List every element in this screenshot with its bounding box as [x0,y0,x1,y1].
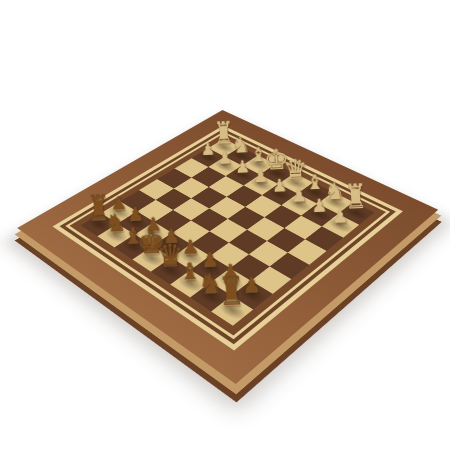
piece-black-rook-a8[interactable]: ♜ [212,262,250,312]
inlay-pinstripe-walnut: ♜♞♝♚♛♝♞♜♟♟♟♟♟♟♟♟♟♟♟♟♟♟♟♟♜♞♝♚♛♝♞♜ [60,129,396,344]
perspective-scene: ♜♞♝♚♛♝♞♜♟♟♟♟♟♟♟♟♟♟♟♟♟♟♟♟♜♞♝♚♛♝♞♜ [0,0,450,450]
square-a2[interactable]: ♟ [322,214,359,238]
inlay-band-cream-outer: ♜♞♝♚♛♝♞♜♟♟♟♟♟♟♟♟♟♟♟♟♟♟♟♟♜♞♝♚♛♝♞♜ [53,126,403,351]
board-grid: ♜♞♝♚♛♝♞♜♟♟♟♟♟♟♟♟♟♟♟♟♟♟♟♟♜♞♝♚♛♝♞♜ [81,139,375,326]
square-a8[interactable]: ♜ [211,296,253,326]
camera-roll-wrapper: ♜♞♝♚♛♝♞♜♟♟♟♟♟♟♟♟♟♟♟♟♟♟♟♟♜♞♝♚♛♝♞♜ [0,0,450,450]
piece-white-pawn-a2[interactable]: ♟ [316,182,363,227]
board-frame: ♜♞♝♚♛♝♞♜♟♟♟♟♟♟♟♟♟♟♟♟♟♟♟♟♜♞♝♚♛♝♞♜ [17,110,438,384]
photo-canvas: ♜♞♝♚♛♝♞♜♟♟♟♟♟♟♟♟♟♟♟♟♟♟♟♟♜♞♝♚♛♝♞♜ [0,0,450,450]
chess-board: ♜♞♝♚♛♝♞♜♟♟♟♟♟♟♟♟♟♟♟♟♟♟♟♟♜♞♝♚♛♝♞♜ [17,110,438,384]
